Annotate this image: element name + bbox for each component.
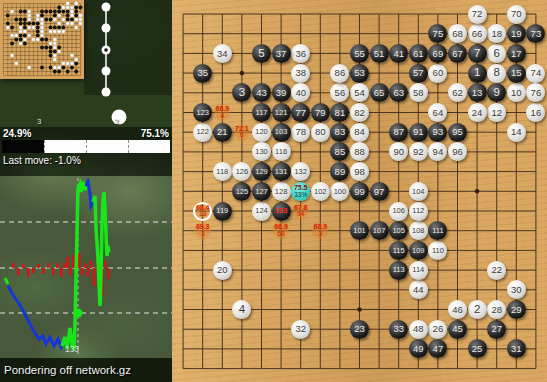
white-stone-58: 58	[409, 83, 428, 102]
white-stone-2: 2	[468, 300, 487, 319]
black-stone-29: 29	[507, 300, 526, 319]
black-stone-131: 131	[272, 162, 291, 181]
winrate-tick-25	[44, 140, 45, 153]
white-stone-80: 80	[311, 123, 330, 142]
tree-node[interactable]	[102, 3, 111, 12]
tree-branch-count-label: 3	[37, 117, 41, 126]
black-stone-39: 39	[272, 83, 291, 102]
white-stone-112: 112	[409, 202, 428, 221]
black-stone-33: 33	[389, 320, 408, 339]
black-stone-95: 95	[448, 123, 467, 142]
white-stone-32: 32	[291, 320, 310, 339]
black-stone-103: 103	[272, 123, 291, 142]
white-stone-98: 98	[350, 162, 369, 181]
white-stone-20: 20	[213, 261, 232, 280]
status-bar: Pondering off network.gz	[0, 358, 172, 382]
last-move-delta-label: Last move: -1.0%	[0, 153, 172, 166]
tree-node[interactable]	[102, 67, 111, 76]
black-stone-1: 1	[468, 64, 487, 83]
white-stone-122: 122	[193, 123, 212, 142]
black-stone-79: 79	[311, 103, 330, 122]
white-stone-6: 6	[487, 44, 506, 63]
tree-node[interactable]	[102, 88, 111, 97]
white-stone-78: 78	[291, 123, 310, 142]
black-stone-17: 17	[507, 44, 526, 63]
black-stone-129: 129	[252, 162, 271, 181]
white-stone-24: 24	[468, 103, 487, 122]
white-stone-84: 84	[350, 123, 369, 142]
white-stone-8: 8	[487, 64, 506, 83]
winrate-tick-75	[128, 140, 129, 153]
black-stone-117: 117	[252, 103, 271, 122]
winrate-bar-black-segment	[2, 140, 44, 153]
white-stone-86: 86	[330, 64, 349, 83]
white-stone-74: 74	[526, 64, 545, 83]
white-stone-108: 108	[409, 221, 428, 240]
analysis-suggestion-best: 75.533%	[291, 182, 310, 201]
white-stone-44: 44	[409, 280, 428, 299]
white-stone-104: 104	[409, 182, 428, 201]
white-stone-70: 70	[507, 5, 526, 24]
white-stone-34: 34	[213, 44, 232, 63]
white-stone-60: 60	[428, 64, 447, 83]
black-stone-15: 15	[507, 64, 526, 83]
winrate-graph[interactable]: 133	[0, 178, 172, 356]
leela-window: 3 3 24.9% 75.1% Last move: -1.0%	[0, 0, 547, 382]
white-winrate-label: 75.1%	[141, 128, 169, 139]
tree-branch-count-label: 3	[114, 117, 118, 126]
black-stone-37: 37	[272, 44, 291, 63]
white-stone-116: 116	[272, 142, 291, 161]
miniboard-thumbnail	[0, 0, 84, 79]
white-stone-14: 14	[507, 123, 526, 142]
black-stone-41: 41	[389, 44, 408, 63]
winrate-tick-50	[86, 140, 87, 153]
white-stone-22: 22	[487, 261, 506, 280]
black-stone-61: 61	[409, 44, 428, 63]
sidebar: 3 3 24.9% 75.1% Last move: -1.0%	[0, 0, 172, 382]
analysis-suggestion-ring: 68.413	[193, 202, 212, 221]
white-stone-36: 36	[291, 44, 310, 63]
black-stone-115: 115	[389, 241, 408, 260]
black-stone-27: 27	[487, 320, 506, 339]
current-move-marker	[74, 309, 83, 318]
white-stone-128: 128	[272, 182, 291, 201]
white-stone-26: 26	[428, 320, 447, 339]
black-stone-93: 93	[428, 123, 447, 142]
analysis-suggestion-plain: 72.16	[231, 123, 253, 142]
black-stone-53: 53	[350, 64, 369, 83]
black-stone-87: 87	[389, 123, 408, 142]
white-stone-10: 10	[507, 83, 526, 102]
analysis-suggestion-plain: 66.94	[211, 103, 233, 122]
black-stone-35: 35	[193, 64, 212, 83]
white-stone-48: 48	[409, 320, 428, 339]
black-stone-19: 19	[507, 24, 526, 43]
white-stone-102: 102	[311, 182, 330, 201]
white-stone-72: 72	[468, 5, 487, 24]
black-stone-83: 83	[330, 123, 349, 142]
black-stone-99: 99	[350, 182, 369, 201]
black-stone-107: 107	[370, 221, 389, 240]
black-stone-91: 91	[409, 123, 428, 142]
black-stone-65: 65	[370, 83, 389, 102]
analysis-suggestion-plain: 66.968	[270, 221, 292, 240]
black-stone-51: 51	[370, 44, 389, 63]
analysis-suggestion-plain: 67.894	[290, 202, 312, 221]
miniboard-grid	[0, 0, 84, 79]
black-stone-119: 119	[213, 202, 232, 221]
tree-node[interactable]	[102, 24, 111, 33]
white-stone-106: 106	[389, 202, 408, 221]
winrate-panel: 24.9% 75.1% Last move: -1.0%	[0, 127, 172, 176]
black-stone-45: 45	[448, 320, 467, 339]
black-stone-121: 121	[272, 103, 291, 122]
black-stone-25: 25	[468, 339, 487, 358]
white-stone-66: 66	[468, 24, 487, 43]
white-stone-46: 46	[448, 300, 467, 319]
black-winrate-label: 24.9%	[3, 128, 31, 139]
winrate-bar	[2, 140, 170, 153]
move-tree[interactable]	[84, 0, 172, 132]
analysis-suggestion-plain: 69.33	[192, 221, 214, 240]
black-stone-127: 127	[252, 182, 271, 201]
black-stone-133: 133	[272, 202, 291, 221]
analysis-suggestion-plain: 68.93	[309, 221, 331, 240]
white-stone-124: 124	[252, 202, 271, 221]
black-stone-13: 13	[468, 83, 487, 102]
black-stone-67: 67	[448, 44, 467, 63]
black-stone-21: 21	[213, 123, 232, 142]
black-stone-113: 113	[389, 261, 408, 280]
black-stone-23: 23	[350, 320, 369, 339]
black-stone-97: 97	[370, 182, 389, 201]
white-stone-30: 30	[507, 280, 526, 299]
black-stone-55: 55	[350, 44, 369, 63]
white-stone-82: 82	[350, 103, 369, 122]
current-move-number: 133	[65, 344, 79, 354]
black-stone-109: 109	[409, 241, 428, 260]
black-stone-57: 57	[409, 64, 428, 83]
white-stone-38: 38	[291, 64, 310, 83]
white-stone-120: 120	[252, 123, 271, 142]
goban[interactable]: 1234567891012131415161718192021222324252…	[172, 0, 547, 382]
white-stone-114: 114	[409, 261, 428, 280]
black-stone-7: 7	[468, 44, 487, 63]
black-stone-5: 5	[252, 44, 271, 63]
white-stone-118: 118	[213, 162, 232, 181]
